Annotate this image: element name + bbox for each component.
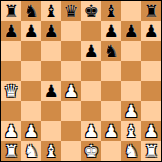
square-d8[interactable]: ♛ — [61, 1, 81, 21]
square-f4[interactable] — [101, 81, 121, 101]
square-c2[interactable] — [41, 121, 61, 141]
square-f8[interactable]: ♝ — [101, 1, 121, 21]
square-d4[interactable]: ♟ — [61, 81, 81, 101]
square-e3[interactable] — [81, 101, 101, 121]
white-rook: ♜ — [143, 141, 158, 161]
white-knight: ♞ — [23, 141, 38, 161]
square-c7[interactable]: ♟ — [41, 21, 61, 41]
black-knight: ♞ — [103, 41, 118, 61]
square-h5[interactable] — [141, 61, 161, 81]
square-c6[interactable] — [41, 41, 61, 61]
black-pawn: ♟ — [3, 21, 18, 41]
square-c8[interactable]: ♝ — [41, 1, 61, 21]
black-queen: ♛ — [63, 1, 78, 21]
square-c3[interactable] — [41, 101, 61, 121]
square-g1[interactable]: ♞ — [121, 141, 141, 161]
square-e5[interactable] — [81, 61, 101, 81]
square-b4[interactable] — [21, 81, 41, 101]
white-rook: ♜ — [3, 141, 18, 161]
square-e7[interactable] — [81, 21, 101, 41]
square-h2[interactable]: ♟ — [141, 121, 161, 141]
white-pawn: ♟ — [3, 121, 18, 141]
square-a6[interactable] — [1, 41, 21, 61]
white-bishop: ♝ — [123, 121, 138, 141]
black-pawn: ♟ — [43, 81, 58, 101]
black-rook: ♜ — [143, 1, 158, 21]
square-d7[interactable] — [61, 21, 81, 41]
square-a5[interactable] — [1, 61, 21, 81]
black-pawn: ♟ — [43, 21, 58, 41]
white-pawn: ♟ — [83, 121, 98, 141]
square-f1[interactable] — [101, 141, 121, 161]
white-bishop: ♝ — [43, 141, 58, 161]
square-g3[interactable]: ♟ — [121, 101, 141, 121]
square-f5[interactable] — [101, 61, 121, 81]
square-b6[interactable] — [21, 41, 41, 61]
square-h8[interactable]: ♜ — [141, 1, 161, 21]
square-f3[interactable] — [101, 101, 121, 121]
square-g4[interactable] — [121, 81, 141, 101]
square-c4[interactable]: ♟ — [41, 81, 61, 101]
square-b5[interactable] — [21, 61, 41, 81]
white-knight: ♞ — [123, 141, 138, 161]
square-b7[interactable]: ♟ — [21, 21, 41, 41]
square-h1[interactable]: ♜ — [141, 141, 161, 161]
white-pawn: ♟ — [63, 81, 78, 101]
square-f6[interactable]: ♞ — [101, 41, 121, 61]
white-pawn: ♟ — [23, 121, 38, 141]
white-pawn: ♟ — [103, 121, 118, 141]
square-h7[interactable]: ♟ — [141, 21, 161, 41]
square-h3[interactable] — [141, 101, 161, 121]
square-g6[interactable] — [121, 41, 141, 61]
square-d1[interactable] — [61, 141, 81, 161]
square-a3[interactable] — [1, 101, 21, 121]
square-d2[interactable] — [61, 121, 81, 141]
square-a2[interactable]: ♟ — [1, 121, 21, 141]
square-b3[interactable] — [21, 101, 41, 121]
square-c5[interactable] — [41, 61, 61, 81]
square-g7[interactable]: ♟ — [121, 21, 141, 41]
square-b8[interactable]: ♞ — [21, 1, 41, 21]
square-h6[interactable] — [141, 41, 161, 61]
square-b1[interactable]: ♞ — [21, 141, 41, 161]
black-pawn: ♟ — [103, 21, 118, 41]
square-d6[interactable] — [61, 41, 81, 61]
black-king: ♚ — [83, 1, 98, 21]
chess-board: ♜♞♝♛♚♝♜♟♟♟♟♟♟♟♞♛♟♟♟♟♟♟♟♝♟♜♞♝♚♞♜ — [0, 0, 162, 162]
square-e2[interactable]: ♟ — [81, 121, 101, 141]
square-b2[interactable]: ♟ — [21, 121, 41, 141]
square-e6[interactable]: ♟ — [81, 41, 101, 61]
square-a7[interactable]: ♟ — [1, 21, 21, 41]
white-king: ♚ — [83, 141, 98, 161]
white-pawn: ♟ — [123, 101, 138, 121]
black-pawn: ♟ — [123, 21, 138, 41]
square-c1[interactable]: ♝ — [41, 141, 61, 161]
black-rook: ♜ — [3, 1, 18, 21]
black-pawn: ♟ — [83, 41, 98, 61]
square-e1[interactable]: ♚ — [81, 141, 101, 161]
white-queen: ♛ — [3, 81, 18, 101]
square-g2[interactable]: ♝ — [121, 121, 141, 141]
square-g8[interactable] — [121, 1, 141, 21]
square-a1[interactable]: ♜ — [1, 141, 21, 161]
black-pawn: ♟ — [143, 21, 158, 41]
square-f2[interactable]: ♟ — [101, 121, 121, 141]
square-d5[interactable] — [61, 61, 81, 81]
black-bishop: ♝ — [103, 1, 118, 21]
white-pawn: ♟ — [143, 121, 158, 141]
square-f7[interactable]: ♟ — [101, 21, 121, 41]
square-g5[interactable] — [121, 61, 141, 81]
square-d3[interactable] — [61, 101, 81, 121]
square-e8[interactable]: ♚ — [81, 1, 101, 21]
square-e4[interactable] — [81, 81, 101, 101]
black-knight: ♞ — [23, 1, 38, 21]
square-h4[interactable] — [141, 81, 161, 101]
black-pawn: ♟ — [23, 21, 38, 41]
black-bishop: ♝ — [43, 1, 58, 21]
square-a8[interactable]: ♜ — [1, 1, 21, 21]
square-a4[interactable]: ♛ — [1, 81, 21, 101]
